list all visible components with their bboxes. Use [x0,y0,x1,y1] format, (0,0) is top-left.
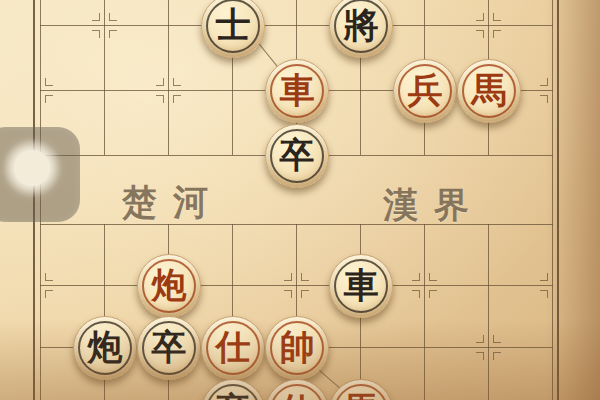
piece-black-chariot[interactable]: 車 [329,254,393,318]
point-marker [540,273,548,281]
piece-red-advisor-2[interactable]: 仕 [265,379,329,400]
xiangqi-board[interactable]: 楚河 漢界 士將車兵馬卒炮車炮卒仕帥卒仕馬 [0,0,600,400]
piece-glyph: 兵 [408,73,443,108]
piece-glyph: 將 [344,8,379,43]
piece-glyph: 炮 [152,268,187,303]
grid-line-file [104,0,105,155]
piece-red-general[interactable]: 帥 [265,316,329,380]
point-marker [45,290,53,298]
piece-glyph: 馬 [472,73,507,108]
point-marker [412,290,420,298]
point-marker [284,290,292,298]
piece-glyph: 帥 [280,330,315,365]
piece-glyph: 士 [216,8,251,43]
piece-red-horse[interactable]: 馬 [457,59,521,123]
point-marker [540,78,548,86]
point-marker [540,290,548,298]
point-marker [92,30,100,38]
piece-black-soldier-3[interactable]: 卒 [201,379,265,400]
side-overlay-button[interactable] [0,127,80,222]
point-marker [156,78,164,86]
point-marker [493,13,501,21]
grid-line-rank [40,25,553,26]
point-marker [45,95,53,103]
point-marker [493,352,501,360]
point-marker [476,13,484,21]
piece-glyph: 仕 [280,393,315,400]
point-marker [284,273,292,281]
point-marker [493,335,501,343]
piece-glyph: 卒 [216,393,251,400]
point-marker [45,273,53,281]
river-label-right: 漢界 [383,182,485,229]
piece-glyph: 卒 [280,138,315,173]
point-marker [476,335,484,343]
piece-glyph: 卒 [152,330,187,365]
piece-glyph: 車 [344,268,379,303]
grid-line-file [168,0,169,155]
point-marker [92,13,100,21]
point-marker [173,78,181,86]
piece-red-horse-2[interactable]: 馬 [329,379,393,400]
piece-glyph: 仕 [216,330,251,365]
grid-line-rank [40,285,553,286]
point-marker [493,30,501,38]
piece-red-advisor-1[interactable]: 仕 [201,316,265,380]
point-marker [429,273,437,281]
point-marker [540,95,548,103]
piece-black-cannon[interactable]: 炮 [73,316,137,380]
piece-red-soldier[interactable]: 兵 [393,59,457,123]
point-marker [301,290,309,298]
point-marker [476,30,484,38]
piece-black-soldier-2[interactable]: 卒 [137,316,201,380]
piece-glyph: 馬 [344,393,379,400]
grid-line-file [488,224,489,400]
point-marker [301,273,309,281]
point-marker [429,290,437,298]
piece-glyph: 炮 [88,330,123,365]
board-border-right [557,0,559,400]
piece-black-advisor[interactable]: 士 [201,0,265,58]
point-marker [45,78,53,86]
grid-line-file [424,224,425,400]
piece-red-chariot[interactable]: 車 [265,59,329,123]
piece-black-general[interactable]: 將 [329,0,393,58]
piece-red-cannon[interactable]: 炮 [137,254,201,318]
point-marker [173,95,181,103]
piece-glyph: 車 [280,73,315,108]
river-label-left: 楚河 [122,179,224,226]
point-marker [109,30,117,38]
point-marker [156,95,164,103]
piece-black-soldier-1[interactable]: 卒 [265,124,329,188]
point-marker [109,13,117,21]
point-marker [412,273,420,281]
point-marker [476,352,484,360]
grid-line-file [552,0,553,400]
